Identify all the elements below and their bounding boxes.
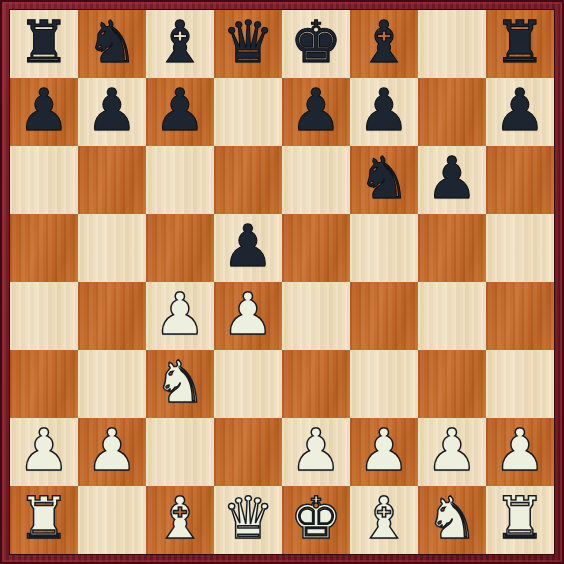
square-f6[interactable]: ♞ — [350, 146, 418, 214]
square-a4[interactable] — [10, 282, 78, 350]
white-queen: ♛ — [222, 486, 274, 552]
square-a2[interactable]: ♟ — [10, 418, 78, 486]
square-h4[interactable] — [486, 282, 554, 350]
white-pawn: ♟ — [426, 418, 478, 484]
square-d1[interactable]: ♛ — [214, 486, 282, 554]
square-e4[interactable] — [282, 282, 350, 350]
square-c5[interactable] — [146, 214, 214, 282]
black-knight: ♞ — [86, 10, 138, 76]
square-f8[interactable]: ♝ — [350, 10, 418, 78]
square-e7[interactable]: ♟ — [282, 78, 350, 146]
square-d3[interactable] — [214, 350, 282, 418]
black-pawn: ♟ — [18, 78, 70, 144]
square-h5[interactable] — [486, 214, 554, 282]
white-pawn: ♟ — [86, 418, 138, 484]
square-g4[interactable] — [418, 282, 486, 350]
square-a6[interactable] — [10, 146, 78, 214]
square-f1[interactable]: ♝ — [350, 486, 418, 554]
square-g2[interactable]: ♟ — [418, 418, 486, 486]
square-b6[interactable] — [78, 146, 146, 214]
white-king: ♚ — [290, 486, 342, 552]
square-b2[interactable]: ♟ — [78, 418, 146, 486]
chess-board: ♜♞♝♛♚♝♜♟♟♟♟♟♟♞♟♟♟♟♞♟♟♟♟♟♟♜♝♛♚♝♞♜ — [10, 10, 554, 554]
square-e5[interactable] — [282, 214, 350, 282]
square-c8[interactable]: ♝ — [146, 10, 214, 78]
square-a8[interactable]: ♜ — [10, 10, 78, 78]
square-f7[interactable]: ♟ — [350, 78, 418, 146]
white-pawn: ♟ — [358, 418, 410, 484]
square-c1[interactable]: ♝ — [146, 486, 214, 554]
white-pawn: ♟ — [494, 418, 546, 484]
square-h8[interactable]: ♜ — [486, 10, 554, 78]
black-pawn: ♟ — [86, 78, 138, 144]
square-h7[interactable]: ♟ — [486, 78, 554, 146]
square-g6[interactable]: ♟ — [418, 146, 486, 214]
black-king: ♚ — [290, 10, 342, 76]
square-c2[interactable] — [146, 418, 214, 486]
black-pawn: ♟ — [222, 214, 274, 280]
square-h3[interactable] — [486, 350, 554, 418]
square-h2[interactable]: ♟ — [486, 418, 554, 486]
square-g1[interactable]: ♞ — [418, 486, 486, 554]
square-d4[interactable]: ♟ — [214, 282, 282, 350]
black-queen: ♛ — [222, 10, 274, 76]
white-rook: ♜ — [18, 486, 70, 552]
square-a5[interactable] — [10, 214, 78, 282]
square-e2[interactable]: ♟ — [282, 418, 350, 486]
square-b4[interactable] — [78, 282, 146, 350]
square-f3[interactable] — [350, 350, 418, 418]
square-d7[interactable] — [214, 78, 282, 146]
square-d5[interactable]: ♟ — [214, 214, 282, 282]
white-rook: ♜ — [494, 486, 546, 552]
square-d2[interactable] — [214, 418, 282, 486]
black-pawn: ♟ — [426, 146, 478, 212]
square-c6[interactable] — [146, 146, 214, 214]
black-rook: ♜ — [494, 10, 546, 76]
board-frame: ♜♞♝♛♚♝♜♟♟♟♟♟♟♞♟♟♟♟♞♟♟♟♟♟♟♜♝♛♚♝♞♜ — [0, 0, 564, 564]
square-f2[interactable]: ♟ — [350, 418, 418, 486]
square-c4[interactable]: ♟ — [146, 282, 214, 350]
square-g5[interactable] — [418, 214, 486, 282]
square-h6[interactable] — [486, 146, 554, 214]
square-a3[interactable] — [10, 350, 78, 418]
black-bishop: ♝ — [358, 10, 410, 76]
white-pawn: ♟ — [18, 418, 70, 484]
square-e6[interactable] — [282, 146, 350, 214]
square-d6[interactable] — [214, 146, 282, 214]
square-f5[interactable] — [350, 214, 418, 282]
square-c3[interactable]: ♞ — [146, 350, 214, 418]
square-a7[interactable]: ♟ — [10, 78, 78, 146]
black-knight: ♞ — [358, 146, 410, 212]
black-pawn: ♟ — [154, 78, 206, 144]
black-pawn: ♟ — [494, 78, 546, 144]
square-e8[interactable]: ♚ — [282, 10, 350, 78]
square-e3[interactable] — [282, 350, 350, 418]
square-c7[interactable]: ♟ — [146, 78, 214, 146]
square-e1[interactable]: ♚ — [282, 486, 350, 554]
square-b7[interactable]: ♟ — [78, 78, 146, 146]
white-pawn: ♟ — [222, 282, 274, 348]
white-bishop: ♝ — [154, 486, 206, 552]
black-bishop: ♝ — [154, 10, 206, 76]
white-pawn: ♟ — [154, 282, 206, 348]
square-g8[interactable] — [418, 10, 486, 78]
square-g7[interactable] — [418, 78, 486, 146]
square-b8[interactable]: ♞ — [78, 10, 146, 78]
square-h1[interactable]: ♜ — [486, 486, 554, 554]
square-g3[interactable] — [418, 350, 486, 418]
white-knight: ♞ — [154, 350, 206, 416]
square-b3[interactable] — [78, 350, 146, 418]
square-b5[interactable] — [78, 214, 146, 282]
white-bishop: ♝ — [358, 486, 410, 552]
square-a1[interactable]: ♜ — [10, 486, 78, 554]
square-f4[interactable] — [350, 282, 418, 350]
black-pawn: ♟ — [290, 78, 342, 144]
white-pawn: ♟ — [290, 418, 342, 484]
black-rook: ♜ — [18, 10, 70, 76]
black-pawn: ♟ — [358, 78, 410, 144]
square-d8[interactable]: ♛ — [214, 10, 282, 78]
square-b1[interactable] — [78, 486, 146, 554]
white-knight: ♞ — [426, 486, 478, 552]
